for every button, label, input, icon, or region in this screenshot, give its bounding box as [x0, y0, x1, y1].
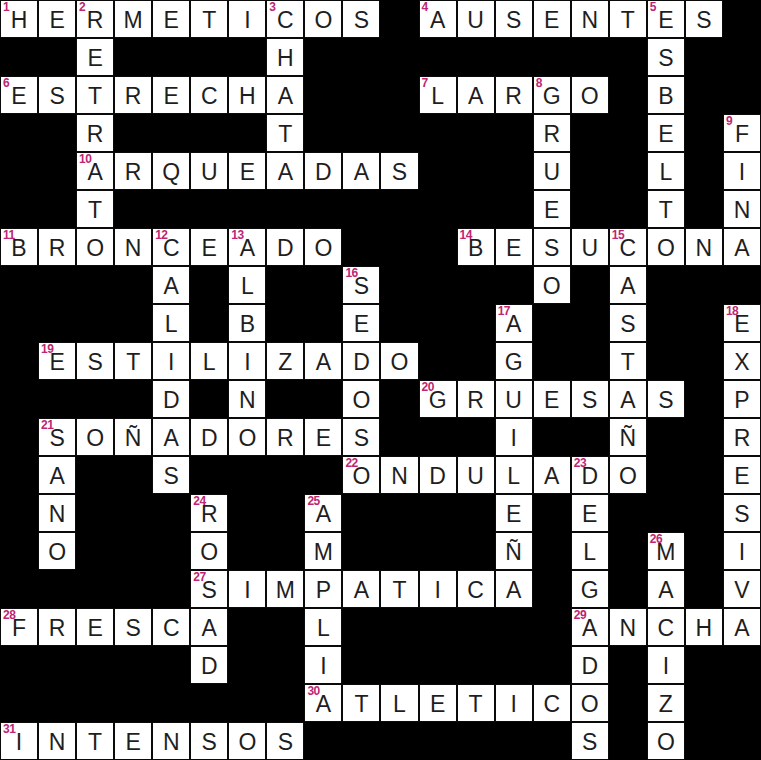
cell-r14c15[interactable]: L: [571, 532, 609, 570]
cell-r18c13[interactable]: I: [495, 684, 533, 722]
cell-r10c14[interactable]: E: [533, 380, 571, 418]
block-cell-r3c5: [190, 114, 228, 152]
cell-r0c3[interactable]: M: [114, 0, 152, 38]
clue-number-3: 3: [269, 1, 275, 14]
cell-r6c19[interactable]: A: [723, 228, 761, 266]
cell-r18c15[interactable]: O: [571, 684, 609, 722]
cell-letter: H: [277, 45, 294, 72]
cell-r19c3[interactable]: E: [114, 722, 152, 760]
cell-r6c13[interactable]: E: [495, 228, 533, 266]
cell-r13c15[interactable]: E: [571, 494, 609, 532]
cell-letter: A: [202, 615, 217, 642]
cell-r18c10[interactable]: L: [380, 684, 418, 722]
cell-r16c19[interactable]: A: [723, 608, 761, 646]
cell-r9c19[interactable]: X: [723, 342, 761, 380]
clue-number-13: 13: [231, 229, 243, 242]
block-cell-r5c1: [38, 190, 76, 228]
cell-r11c13[interactable]: I: [495, 418, 533, 456]
cell-r12c11[interactable]: D: [419, 456, 457, 494]
cell-letter: C: [467, 577, 484, 604]
cell-letter: O: [657, 235, 675, 262]
cell-r13c5[interactable]: 24R: [190, 494, 228, 532]
cell-r10c19[interactable]: P: [723, 380, 761, 418]
cell-r15c7[interactable]: M: [266, 570, 304, 608]
cell-r0c7[interactable]: 3C: [266, 0, 304, 38]
cell-letter: O: [657, 729, 675, 756]
cell-r6c7[interactable]: D: [266, 228, 304, 266]
cell-letter: A: [544, 463, 559, 490]
block-cell-r14c2: [76, 532, 114, 570]
cell-r18c14[interactable]: C: [533, 684, 571, 722]
block-cell-r11c12: [457, 418, 495, 456]
block-cell-r14c6: [228, 532, 266, 570]
cell-r17c15[interactable]: D: [571, 646, 609, 684]
cell-r10c15[interactable]: S: [571, 380, 609, 418]
cell-letter: S: [658, 387, 673, 414]
cell-letter: D: [581, 653, 598, 680]
cell-r0c17[interactable]: 5E: [647, 0, 685, 38]
cell-letter: E: [202, 235, 217, 262]
cell-r9c10[interactable]: O: [380, 342, 418, 380]
cell-letter: T: [354, 691, 368, 718]
cell-r12c9[interactable]: 22O: [342, 456, 380, 494]
cell-r14c5[interactable]: O: [190, 532, 228, 570]
clue-number-23: 23: [574, 457, 586, 470]
block-cell-r14c7: [266, 532, 304, 570]
cell-letter: G: [543, 83, 561, 110]
cell-r10c11[interactable]: 20G: [419, 380, 457, 418]
block-cell-r12c2: [76, 456, 114, 494]
cell-r16c4[interactable]: C: [152, 608, 190, 646]
cell-r18c12[interactable]: T: [457, 684, 495, 722]
cell-r2c11[interactable]: 7L: [419, 76, 457, 114]
cell-r7c4[interactable]: A: [152, 266, 190, 304]
cell-letter: A: [734, 235, 749, 262]
cell-r10c17[interactable]: S: [647, 380, 685, 418]
cell-letter: P: [734, 387, 749, 414]
cell-r7c9[interactable]: 16S: [342, 266, 380, 304]
clue-number-9: 9: [726, 115, 732, 128]
cell-letter: E: [49, 7, 64, 34]
block-cell-r3c15: [571, 114, 609, 152]
cell-r10c6[interactable]: N: [228, 380, 266, 418]
cell-letter: T: [659, 197, 673, 224]
cell-r17c8[interactable]: I: [304, 646, 342, 684]
block-cell-r14c3: [114, 532, 152, 570]
cell-r15c9[interactable]: A: [342, 570, 380, 608]
cell-r13c8[interactable]: 25A: [304, 494, 342, 532]
cell-r2c2[interactable]: T: [76, 76, 114, 114]
cell-r1c17[interactable]: S: [647, 38, 685, 76]
block-cell-r7c3: [114, 266, 152, 304]
block-cell-r13c17: [647, 494, 685, 532]
block-cell-r13c6: [228, 494, 266, 532]
cell-r15c6[interactable]: I: [228, 570, 266, 608]
cell-letter: E: [506, 235, 521, 262]
cell-r4c4[interactable]: Q: [152, 152, 190, 190]
cell-r0c13[interactable]: S: [495, 0, 533, 38]
cell-r2c6[interactable]: H: [228, 76, 266, 114]
cell-r11c9[interactable]: S: [342, 418, 380, 456]
cell-letter: N: [49, 501, 66, 528]
cell-r12c15[interactable]: 23D: [571, 456, 609, 494]
cell-r2c7[interactable]: A: [266, 76, 304, 114]
cell-r12c4[interactable]: S: [152, 456, 190, 494]
cell-r19c15[interactable]: S: [571, 722, 609, 760]
cell-letter: S: [202, 729, 217, 756]
cell-r19c6[interactable]: O: [228, 722, 266, 760]
cell-r0c4[interactable]: E: [152, 0, 190, 38]
block-cell-r11c10: [380, 418, 418, 456]
cell-r2c12[interactable]: A: [457, 76, 495, 114]
cell-r16c5[interactable]: A: [190, 608, 228, 646]
cell-r2c1[interactable]: S: [38, 76, 76, 114]
cell-r18c17[interactable]: Z: [647, 684, 685, 722]
cell-r6c0[interactable]: 11B: [0, 228, 38, 266]
cell-letter: E: [544, 387, 559, 414]
cell-letter: P: [316, 577, 331, 604]
cell-letter: R: [277, 425, 294, 452]
block-cell-r4c13: [495, 152, 533, 190]
cell-r7c14[interactable]: O: [533, 266, 571, 304]
cell-r12c19[interactable]: E: [723, 456, 761, 494]
cell-r8c16[interactable]: S: [609, 304, 647, 342]
cell-r14c8[interactable]: M: [304, 532, 342, 570]
cell-r0c5[interactable]: T: [190, 0, 228, 38]
cell-r0c0[interactable]: 1H: [0, 0, 38, 38]
cell-r2c15[interactable]: O: [571, 76, 609, 114]
cell-r2c4[interactable]: E: [152, 76, 190, 114]
cell-letter: C: [543, 691, 560, 718]
cell-r6c17[interactable]: O: [647, 228, 685, 266]
cell-r15c11[interactable]: I: [419, 570, 457, 608]
cell-r14c17[interactable]: 26M: [647, 532, 685, 570]
cell-r7c6[interactable]: L: [228, 266, 266, 304]
cell-r10c13[interactable]: U: [495, 380, 533, 418]
cell-r6c3[interactable]: N: [114, 228, 152, 266]
block-cell-r9c18: [685, 342, 723, 380]
cell-letter: U: [543, 159, 560, 186]
clue-number-7: 7: [422, 77, 428, 90]
cell-r10c9[interactable]: O: [342, 380, 380, 418]
cell-letter: F: [735, 121, 749, 148]
block-cell-r12c6: [228, 456, 266, 494]
cell-r16c15[interactable]: 29A: [571, 608, 609, 646]
block-cell-r2c16: [609, 76, 647, 114]
cell-r2c17[interactable]: B: [647, 76, 685, 114]
block-cell-r8c1: [38, 304, 76, 342]
cell-r19c5[interactable]: S: [190, 722, 228, 760]
block-cell-r18c1: [38, 684, 76, 722]
block-cell-r5c0: [0, 190, 38, 228]
block-cell-r14c4: [152, 532, 190, 570]
cell-r11c3[interactable]: Ñ: [114, 418, 152, 456]
cell-r0c11[interactable]: 4A: [419, 0, 457, 38]
cell-letter: D: [277, 235, 294, 262]
cell-r2c3[interactable]: R: [114, 76, 152, 114]
cell-r11c4[interactable]: A: [152, 418, 190, 456]
cell-r19c1[interactable]: N: [38, 722, 76, 760]
block-cell-r6c11: [419, 228, 457, 266]
cell-r9c9[interactable]: D: [342, 342, 380, 380]
cell-r6c1[interactable]: R: [38, 228, 76, 266]
cell-r4c2[interactable]: 10A: [76, 152, 114, 190]
cell-r5c2[interactable]: T: [76, 190, 114, 228]
cell-r16c17[interactable]: C: [647, 608, 685, 646]
cell-r11c2[interactable]: O: [76, 418, 114, 456]
block-cell-r14c16: [609, 532, 647, 570]
cell-r19c0[interactable]: 31I: [0, 722, 38, 760]
cell-letter: O: [581, 83, 599, 110]
cell-r16c8[interactable]: L: [304, 608, 342, 646]
cell-letter: Ñ: [505, 539, 522, 566]
cell-r15c8[interactable]: P: [304, 570, 342, 608]
cell-letter: I: [244, 349, 250, 376]
cell-r12c1[interactable]: A: [38, 456, 76, 494]
cell-letter: I: [739, 159, 745, 186]
cell-r3c19[interactable]: 9F: [723, 114, 761, 152]
cell-r0c6[interactable]: I: [228, 0, 266, 38]
block-cell-r3c1: [38, 114, 76, 152]
cell-r0c15[interactable]: N: [571, 0, 609, 38]
cell-r0c2[interactable]: 2R: [76, 0, 114, 38]
cell-r7c16[interactable]: A: [609, 266, 647, 304]
clue-number-16: 16: [345, 267, 357, 280]
block-cell-r15c1: [38, 570, 76, 608]
cell-letter: R: [87, 7, 104, 34]
cell-r9c13[interactable]: G: [495, 342, 533, 380]
cell-r2c0[interactable]: 6E: [0, 76, 38, 114]
cell-r12c12[interactable]: U: [457, 456, 495, 494]
cell-r11c16[interactable]: Ñ: [609, 418, 647, 456]
cell-r12c13[interactable]: L: [495, 456, 533, 494]
cell-r16c1[interactable]: R: [38, 608, 76, 646]
block-cell-r6c10: [380, 228, 418, 266]
cell-r11c19[interactable]: R: [723, 418, 761, 456]
cell-r19c4[interactable]: N: [152, 722, 190, 760]
cell-r6c5[interactable]: E: [190, 228, 228, 266]
cell-r0c12[interactable]: U: [457, 0, 495, 38]
cell-r2c5[interactable]: C: [190, 76, 228, 114]
cell-r5c17[interactable]: T: [647, 190, 685, 228]
cell-r10c12[interactable]: R: [457, 380, 495, 418]
cell-r8c19[interactable]: 18E: [723, 304, 761, 342]
cell-r6c8[interactable]: O: [304, 228, 342, 266]
block-cell-r1c6: [228, 38, 266, 76]
cell-r16c16[interactable]: N: [609, 608, 647, 646]
cell-letter: E: [87, 615, 102, 642]
block-cell-r1c15: [571, 38, 609, 76]
block-cell-r7c5: [190, 266, 228, 304]
cell-letter: U: [467, 463, 484, 490]
cell-r18c8[interactable]: 30A: [304, 684, 342, 722]
cell-r15c13[interactable]: A: [495, 570, 533, 608]
cell-r9c8[interactable]: A: [304, 342, 342, 380]
block-cell-r16c7: [266, 608, 304, 646]
cell-r16c2[interactable]: E: [76, 608, 114, 646]
cell-r0c9[interactable]: S: [342, 0, 380, 38]
cell-r16c3[interactable]: S: [114, 608, 152, 646]
cell-r15c17[interactable]: A: [647, 570, 685, 608]
cell-r9c7[interactable]: Z: [266, 342, 304, 380]
cell-letter: A: [468, 83, 483, 110]
cell-letter: Ñ: [620, 425, 637, 452]
cell-r3c7[interactable]: T: [266, 114, 304, 152]
cell-letter: N: [163, 729, 180, 756]
block-cell-r7c15: [571, 266, 609, 304]
cell-r10c4[interactable]: D: [152, 380, 190, 418]
block-cell-r13c14: [533, 494, 571, 532]
cell-r13c19[interactable]: S: [723, 494, 761, 532]
block-cell-r19c14: [533, 722, 571, 760]
cell-r3c2[interactable]: R: [76, 114, 114, 152]
cell-r4c9[interactable]: A: [342, 152, 380, 190]
cell-r12c14[interactable]: A: [533, 456, 571, 494]
clue-number-21: 21: [41, 419, 53, 432]
cell-r5c19[interactable]: N: [723, 190, 761, 228]
cell-r11c7[interactable]: R: [266, 418, 304, 456]
cell-r18c11[interactable]: E: [419, 684, 457, 722]
cell-r4c5[interactable]: U: [190, 152, 228, 190]
block-cell-r13c11: [419, 494, 457, 532]
block-cell-r9c0: [0, 342, 38, 380]
cell-letter: S: [49, 83, 64, 110]
block-cell-r8c18: [685, 304, 723, 342]
block-cell-r1c13: [495, 38, 533, 76]
block-cell-r18c4: [152, 684, 190, 722]
cell-r4c7[interactable]: A: [266, 152, 304, 190]
cell-r16c0[interactable]: 28F: [0, 608, 38, 646]
cell-r19c2[interactable]: T: [76, 722, 114, 760]
cell-r6c14[interactable]: S: [533, 228, 571, 266]
cell-r9c2[interactable]: S: [76, 342, 114, 380]
cell-letter: R: [125, 159, 142, 186]
cell-letter: L: [507, 463, 520, 490]
cell-r6c16[interactable]: 15C: [609, 228, 647, 266]
cell-r10c16[interactable]: A: [609, 380, 647, 418]
cell-r13c1[interactable]: N: [38, 494, 76, 532]
cell-letter: B: [658, 83, 673, 110]
cell-r9c5[interactable]: L: [190, 342, 228, 380]
clue-number-29: 29: [574, 609, 586, 622]
cell-r6c2[interactable]: O: [76, 228, 114, 266]
block-cell-r19c18: [685, 722, 723, 760]
cell-r9c4[interactable]: I: [152, 342, 190, 380]
cell-r1c2[interactable]: E: [76, 38, 114, 76]
cell-r0c8[interactable]: O: [304, 0, 342, 38]
cell-r4c8[interactable]: D: [304, 152, 342, 190]
cell-r4c10[interactable]: S: [380, 152, 418, 190]
cell-r15c10[interactable]: T: [380, 570, 418, 608]
cell-r2c14[interactable]: 8G: [533, 76, 571, 114]
cell-r0c1[interactable]: E: [38, 0, 76, 38]
clue-number-4: 4: [422, 1, 428, 14]
cell-r0c18[interactable]: S: [685, 0, 723, 38]
cell-r11c5[interactable]: D: [190, 418, 228, 456]
block-cell-r2c19: [723, 76, 761, 114]
cell-r5c14[interactable]: E: [533, 190, 571, 228]
cell-r15c12[interactable]: C: [457, 570, 495, 608]
cell-r15c15[interactable]: G: [571, 570, 609, 608]
clue-number-12: 12: [155, 229, 167, 242]
clue-number-1: 1: [3, 1, 9, 14]
block-cell-r5c10: [380, 190, 418, 228]
cell-r6c15[interactable]: U: [571, 228, 609, 266]
cell-r9c1[interactable]: 19E: [38, 342, 76, 380]
cell-r0c16[interactable]: T: [609, 0, 647, 38]
cell-r3c17[interactable]: E: [647, 114, 685, 152]
cell-r2c13[interactable]: R: [495, 76, 533, 114]
cell-r4c17[interactable]: L: [647, 152, 685, 190]
cell-letter: E: [582, 501, 597, 528]
cell-r11c6[interactable]: O: [228, 418, 266, 456]
cell-r4c3[interactable]: R: [114, 152, 152, 190]
cell-letter: E: [11, 83, 26, 110]
cell-r6c6[interactable]: 13A: [228, 228, 266, 266]
cell-r8c4[interactable]: L: [152, 304, 190, 342]
cell-r6c18[interactable]: N: [685, 228, 723, 266]
cell-r4c14[interactable]: U: [533, 152, 571, 190]
cell-r19c17[interactable]: O: [647, 722, 685, 760]
cell-r8c9[interactable]: E: [342, 304, 380, 342]
cell-r15c19[interactable]: V: [723, 570, 761, 608]
cell-letter: I: [320, 653, 326, 680]
cell-r3c14[interactable]: R: [533, 114, 571, 152]
cell-r15c5[interactable]: 27S: [190, 570, 228, 608]
block-cell-r17c9: [342, 646, 380, 684]
cell-r9c6[interactable]: I: [228, 342, 266, 380]
block-cell-r7c17: [647, 266, 685, 304]
cell-r8c6[interactable]: B: [228, 304, 266, 342]
block-cell-r5c13: [495, 190, 533, 228]
cell-r1c7[interactable]: H: [266, 38, 304, 76]
cell-letter: O: [314, 7, 332, 34]
cell-r11c8[interactable]: E: [304, 418, 342, 456]
cell-r6c4[interactable]: 12C: [152, 228, 190, 266]
cell-r17c5[interactable]: D: [190, 646, 228, 684]
cell-letter: D: [353, 349, 370, 376]
cell-r11c1[interactable]: 21S: [38, 418, 76, 456]
cell-r14c1[interactable]: O: [38, 532, 76, 570]
cell-r17c17[interactable]: I: [647, 646, 685, 684]
block-cell-r4c16: [609, 152, 647, 190]
cell-letter: U: [467, 7, 484, 34]
cell-letter: M: [276, 577, 295, 604]
block-cell-r13c9: [342, 494, 380, 532]
cell-r14c19[interactable]: I: [723, 532, 761, 570]
cell-r16c18[interactable]: H: [685, 608, 723, 646]
cell-r6c12[interactable]: 14B: [457, 228, 495, 266]
cell-r12c16[interactable]: O: [609, 456, 647, 494]
cell-r14c13[interactable]: Ñ: [495, 532, 533, 570]
block-cell-r19c16: [609, 722, 647, 760]
cell-r9c3[interactable]: T: [114, 342, 152, 380]
cell-r19c7[interactable]: S: [266, 722, 304, 760]
block-cell-r8c11: [419, 304, 457, 342]
cell-r13c13[interactable]: E: [495, 494, 533, 532]
cell-r4c19[interactable]: I: [723, 152, 761, 190]
cell-r18c9[interactable]: T: [342, 684, 380, 722]
cell-r8c13[interactable]: 17A: [495, 304, 533, 342]
cell-r12c10[interactable]: N: [380, 456, 418, 494]
cell-letter: E: [506, 501, 521, 528]
cell-r9c16[interactable]: T: [609, 342, 647, 380]
block-cell-r16c11: [419, 608, 457, 646]
cell-letter: R: [543, 121, 560, 148]
cell-r0c14[interactable]: E: [533, 0, 571, 38]
cell-r4c6[interactable]: E: [228, 152, 266, 190]
block-cell-r11c11: [419, 418, 457, 456]
